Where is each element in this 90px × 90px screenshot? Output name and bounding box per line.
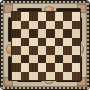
square-r0c3[interactable] xyxy=(38,12,47,21)
square-r0c2[interactable] xyxy=(29,12,38,21)
square-r6c2[interactable] xyxy=(29,63,38,72)
square-r4c3[interactable] xyxy=(38,46,47,55)
square-r5c3[interactable] xyxy=(38,55,47,64)
square-r5c1[interactable] xyxy=(21,55,30,64)
square-r6c1[interactable] xyxy=(21,63,30,72)
square-r2c7[interactable] xyxy=(72,29,81,38)
square-r6c7[interactable] xyxy=(72,63,81,72)
square-r5c2[interactable] xyxy=(29,55,38,64)
playing-area xyxy=(11,11,81,81)
board-photo xyxy=(0,0,90,90)
square-r3c7[interactable] xyxy=(72,38,81,47)
square-r2c2[interactable] xyxy=(29,29,38,38)
chessboard xyxy=(0,0,90,90)
square-r3c2[interactable] xyxy=(29,38,38,47)
square-r3c3[interactable] xyxy=(38,38,47,47)
square-r7c7[interactable] xyxy=(72,72,81,81)
square-r4c0[interactable] xyxy=(12,46,21,55)
square-r0c7[interactable] xyxy=(72,12,81,21)
square-r0c0[interactable] xyxy=(12,12,21,21)
square-r7c0[interactable] xyxy=(12,72,21,81)
square-r1c2[interactable] xyxy=(29,21,38,30)
square-r6c5[interactable] xyxy=(55,63,64,72)
square-r1c3[interactable] xyxy=(38,21,47,30)
square-r6c6[interactable] xyxy=(63,63,72,72)
square-r7c4[interactable] xyxy=(46,72,55,81)
square-r0c4[interactable] xyxy=(46,12,55,21)
edge-mosaic-ribbon-bottom xyxy=(1,87,89,89)
square-r4c6[interactable] xyxy=(63,46,72,55)
square-r1c7[interactable] xyxy=(72,21,81,30)
square-r2c1[interactable] xyxy=(21,29,30,38)
square-r7c2[interactable] xyxy=(29,72,38,81)
square-r3c1[interactable] xyxy=(21,38,30,47)
square-r1c4[interactable] xyxy=(46,21,55,30)
square-r3c0[interactable] xyxy=(12,38,21,47)
square-r5c4[interactable] xyxy=(46,55,55,64)
square-r0c5[interactable] xyxy=(55,12,64,21)
square-r7c1[interactable] xyxy=(21,72,30,81)
square-r0c1[interactable] xyxy=(21,12,30,21)
square-r7c3[interactable] xyxy=(38,72,47,81)
square-r1c0[interactable] xyxy=(12,21,21,30)
square-r6c3[interactable] xyxy=(38,63,47,72)
square-r7c5[interactable] xyxy=(55,72,64,81)
square-r1c6[interactable] xyxy=(63,21,72,30)
square-r6c4[interactable] xyxy=(46,63,55,72)
square-r4c7[interactable] xyxy=(72,46,81,55)
square-r2c5[interactable] xyxy=(55,29,64,38)
squares-grid xyxy=(12,12,80,80)
square-r0c6[interactable] xyxy=(63,12,72,21)
square-r4c4[interactable] xyxy=(46,46,55,55)
square-r4c5[interactable] xyxy=(55,46,64,55)
square-r7c6[interactable] xyxy=(63,72,72,81)
square-r3c4[interactable] xyxy=(46,38,55,47)
square-r2c3[interactable] xyxy=(38,29,47,38)
square-r5c5[interactable] xyxy=(55,55,64,64)
square-r2c6[interactable] xyxy=(63,29,72,38)
square-r1c1[interactable] xyxy=(21,21,30,30)
square-r5c6[interactable] xyxy=(63,55,72,64)
square-r4c2[interactable] xyxy=(29,46,38,55)
square-r1c5[interactable] xyxy=(55,21,64,30)
square-r4c1[interactable] xyxy=(21,46,30,55)
square-r5c0[interactable] xyxy=(12,55,21,64)
square-r3c6[interactable] xyxy=(63,38,72,47)
edge-mosaic-ribbon-right xyxy=(87,1,89,89)
square-r6c0[interactable] xyxy=(12,63,21,72)
square-r2c4[interactable] xyxy=(46,29,55,38)
square-r5c7[interactable] xyxy=(72,55,81,64)
square-r2c0[interactable] xyxy=(12,29,21,38)
square-r3c5[interactable] xyxy=(55,38,64,47)
